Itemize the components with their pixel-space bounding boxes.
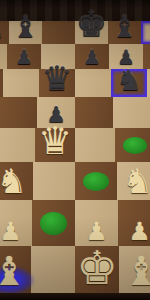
black-knight-f6[interactable]: ♞ [116, 66, 142, 95]
square-d8[interactable] [42, 21, 75, 44]
black-queen-d6[interactable]: ♛ [42, 61, 72, 95]
white-knight-c3[interactable]: ♞ [0, 164, 27, 198]
square-c5[interactable] [0, 97, 37, 128]
legal-move-dot-e3[interactable] [83, 172, 109, 191]
square-e6[interactable] [75, 69, 111, 97]
white-pawn-c2[interactable]: ♟ [0, 219, 22, 244]
chess-board[interactable]: ♞♝♚♝♟♟♟♟♟♛♞♟♛♞♞♟♟♟♝♚♝ [0, 21, 150, 293]
white-bishop-f1[interactable]: ♝ [123, 251, 150, 291]
square-e5[interactable] [75, 97, 113, 128]
square-g7[interactable] [143, 44, 150, 69]
black-pawn-e7[interactable]: ♟ [83, 47, 101, 67]
table-surface-bottom [0, 293, 150, 300]
legal-move-dot-f4[interactable] [123, 137, 148, 154]
square-d1[interactable] [31, 246, 75, 293]
square-d3[interactable] [33, 162, 75, 200]
white-king-e1[interactable]: ♚ [76, 245, 117, 291]
white-knight-f3[interactable]: ♞ [123, 164, 150, 198]
white-queen-d4[interactable]: ♛ [38, 122, 72, 160]
white-pawn-f2[interactable]: ♟ [128, 219, 150, 244]
square-c4[interactable] [0, 128, 35, 162]
black-bishop-c8[interactable]: ♝ [12, 12, 39, 42]
white-bishop-c1[interactable]: ♝ [0, 251, 27, 291]
black-pawn-c7[interactable]: ♟ [15, 47, 33, 67]
chess-app-screen: ♞♝♚♝♟♟♟♟♟♛♞♟♛♞♞♟♟♟♝♚♝ [0, 0, 150, 300]
square-g6[interactable] [147, 69, 150, 97]
square-c6[interactable] [3, 69, 39, 97]
black-knight-b8[interactable]: ♞ [0, 15, 5, 42]
black-king-e8[interactable]: ♚ [76, 7, 107, 42]
square-e4[interactable] [75, 128, 115, 162]
square-b7[interactable] [0, 44, 7, 69]
last-move-highlight-g8 [141, 21, 150, 44]
legal-move-dot-d2[interactable] [40, 212, 67, 235]
square-f5[interactable] [113, 97, 150, 128]
black-bishop-f8[interactable]: ♝ [111, 12, 138, 42]
